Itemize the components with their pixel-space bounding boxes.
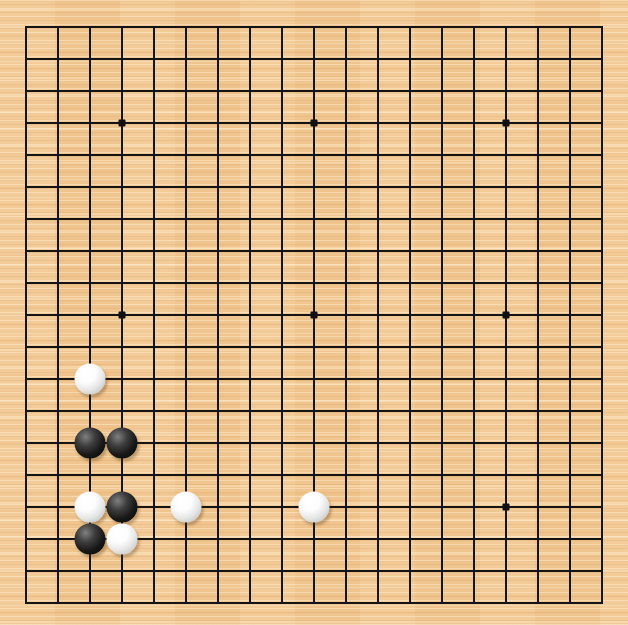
hoshi-point (503, 312, 510, 319)
go-board[interactable] (0, 0, 628, 625)
stone-black-D6[interactable] (107, 428, 138, 459)
stone-white-K4[interactable] (299, 492, 330, 523)
stone-white-D3[interactable] (107, 524, 138, 555)
stone-white-C8[interactable] (75, 364, 106, 395)
hoshi-point (503, 120, 510, 127)
hoshi-point (311, 120, 318, 127)
stone-white-C4[interactable] (75, 492, 106, 523)
stone-black-C3[interactable] (75, 524, 106, 555)
stone-white-F4[interactable] (171, 492, 202, 523)
hoshi-point (119, 312, 126, 319)
stone-black-D4[interactable] (107, 492, 138, 523)
hoshi-point (503, 504, 510, 511)
hoshi-point (311, 312, 318, 319)
stone-black-C6[interactable] (75, 428, 106, 459)
hoshi-point (119, 120, 126, 127)
